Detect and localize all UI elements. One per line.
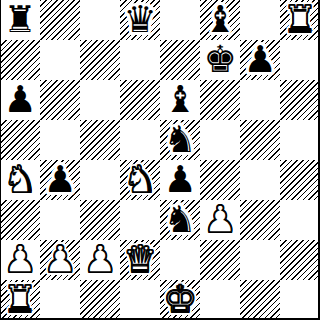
square-h4[interactable] — [280, 160, 320, 200]
square-b3[interactable] — [40, 200, 80, 240]
square-f8[interactable]: ♝ — [200, 0, 240, 40]
square-c7[interactable] — [80, 40, 120, 80]
white-pawn-icon: ♟ — [3, 240, 36, 280]
square-b7[interactable] — [40, 40, 80, 80]
black-pawn-icon: ♟ — [3, 80, 36, 120]
black-knight-icon: ♞ — [163, 200, 196, 240]
square-a6[interactable]: ♟ — [0, 80, 40, 120]
black-king-icon: ♚ — [203, 40, 236, 80]
square-h3[interactable] — [280, 200, 320, 240]
square-a3[interactable] — [0, 200, 40, 240]
square-h2[interactable] — [280, 240, 320, 280]
black-bishop-icon: ♝ — [203, 0, 236, 40]
square-c2[interactable]: ♟ — [80, 240, 120, 280]
black-queen-icon: ♛ — [123, 0, 156, 40]
white-pawn-icon: ♟ — [203, 200, 236, 240]
black-pawn-icon: ♟ — [163, 160, 196, 200]
square-c1[interactable] — [80, 280, 120, 320]
square-b4[interactable]: ♟ — [40, 160, 80, 200]
square-h7[interactable] — [280, 40, 320, 80]
white-pawn-icon: ♟ — [83, 240, 116, 280]
square-h5[interactable] — [280, 120, 320, 160]
white-king-icon: ♚ — [163, 280, 196, 320]
square-h8[interactable]: ♜ — [280, 0, 320, 40]
square-h6[interactable] — [280, 80, 320, 120]
square-c3[interactable] — [80, 200, 120, 240]
square-f4[interactable] — [200, 160, 240, 200]
black-pawn-icon: ♟ — [43, 160, 76, 200]
square-d2[interactable]: ♛ — [120, 240, 160, 280]
square-b1[interactable] — [40, 280, 80, 320]
white-rook-icon: ♜ — [3, 280, 36, 320]
square-b8[interactable] — [40, 0, 80, 40]
square-e7[interactable] — [160, 40, 200, 80]
square-g8[interactable] — [240, 0, 280, 40]
square-c4[interactable] — [80, 160, 120, 200]
square-f5[interactable] — [200, 120, 240, 160]
square-d1[interactable] — [120, 280, 160, 320]
square-e1[interactable]: ♚ — [160, 280, 200, 320]
square-g5[interactable] — [240, 120, 280, 160]
square-c6[interactable] — [80, 80, 120, 120]
square-g2[interactable] — [240, 240, 280, 280]
square-e4[interactable]: ♟ — [160, 160, 200, 200]
square-g1[interactable] — [240, 280, 280, 320]
square-e8[interactable] — [160, 0, 200, 40]
square-f1[interactable] — [200, 280, 240, 320]
black-knight-icon: ♞ — [163, 120, 196, 160]
square-a7[interactable] — [0, 40, 40, 80]
square-e5[interactable]: ♞ — [160, 120, 200, 160]
square-a1[interactable]: ♜ — [0, 280, 40, 320]
white-knight-icon: ♞ — [3, 160, 36, 200]
square-a5[interactable] — [0, 120, 40, 160]
square-c5[interactable] — [80, 120, 120, 160]
white-pawn-icon: ♟ — [43, 240, 76, 280]
square-a8[interactable]: ♜ — [0, 0, 40, 40]
square-d7[interactable] — [120, 40, 160, 80]
square-d6[interactable] — [120, 80, 160, 120]
square-g7[interactable]: ♟ — [240, 40, 280, 80]
square-f2[interactable] — [200, 240, 240, 280]
square-b5[interactable] — [40, 120, 80, 160]
square-c8[interactable] — [80, 0, 120, 40]
square-d5[interactable] — [120, 120, 160, 160]
square-g4[interactable] — [240, 160, 280, 200]
square-e2[interactable] — [160, 240, 200, 280]
square-g6[interactable] — [240, 80, 280, 120]
square-g3[interactable] — [240, 200, 280, 240]
square-h1[interactable] — [280, 280, 320, 320]
black-pawn-icon: ♟ — [243, 40, 276, 80]
square-d3[interactable] — [120, 200, 160, 240]
square-f7[interactable]: ♚ — [200, 40, 240, 80]
square-f6[interactable] — [200, 80, 240, 120]
square-a2[interactable]: ♟ — [0, 240, 40, 280]
square-d8[interactable]: ♛ — [120, 0, 160, 40]
square-b6[interactable] — [40, 80, 80, 120]
square-b2[interactable]: ♟ — [40, 240, 80, 280]
white-queen-icon: ♛ — [123, 240, 156, 280]
square-e6[interactable]: ♝ — [160, 80, 200, 120]
square-f3[interactable]: ♟ — [200, 200, 240, 240]
black-rook-icon: ♜ — [3, 0, 36, 40]
square-e3[interactable]: ♞ — [160, 200, 200, 240]
black-bishop-icon: ♝ — [163, 80, 196, 120]
chess-board: ♜♛♝♜♚♟♟♝♞♞♟♞♟♞♟♟♟♟♛♜♚ — [0, 0, 320, 320]
white-knight-icon: ♞ — [123, 160, 156, 200]
square-d4[interactable]: ♞ — [120, 160, 160, 200]
square-a4[interactable]: ♞ — [0, 160, 40, 200]
white-rook-icon: ♜ — [283, 0, 316, 40]
